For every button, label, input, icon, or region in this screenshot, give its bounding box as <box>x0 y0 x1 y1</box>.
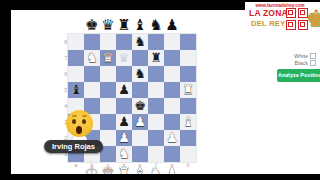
square-e3[interactable]: ♟ <box>132 114 148 130</box>
piece-black-rook[interactable]: ♜ <box>148 50 164 66</box>
square-g4[interactable] <box>164 98 180 114</box>
piece-white-knight[interactable]: ♞ <box>116 146 132 162</box>
rank-label-6: 6 <box>60 66 67 82</box>
piece-white-pawn[interactable]: ♟ <box>116 130 132 146</box>
square-f5[interactable] <box>148 82 164 98</box>
emoji-eye <box>82 119 86 124</box>
square-f7[interactable]: ♜ <box>148 50 164 66</box>
ghost-piece-queen: ♛ <box>116 50 132 66</box>
logo-title-line1: LA ZONA <box>249 8 288 18</box>
square-a5[interactable]: ♝ <box>68 82 84 98</box>
piece-white-queen[interactable]: ♛ <box>100 50 116 66</box>
square-h7[interactable] <box>180 50 196 66</box>
emoji-mouth <box>76 126 82 134</box>
square-f3[interactable] <box>148 114 164 130</box>
spare-tray-black: ♚♛♜♝♞♟ <box>84 17 180 34</box>
piece-white-pawn[interactable]: ♟ <box>132 114 148 130</box>
square-f2[interactable] <box>148 130 164 146</box>
square-a6[interactable] <box>68 66 84 82</box>
square-e4[interactable]: ♚ <box>132 98 148 114</box>
square-c6[interactable] <box>100 66 116 82</box>
square-h5[interactable]: ♜ <box>180 82 196 98</box>
analyze-position-button[interactable]: Analyze Position <box>277 69 320 82</box>
square-a7[interactable] <box>68 50 84 66</box>
square-e8[interactable]: ♞ <box>132 34 148 50</box>
square-e6[interactable]: ♞ <box>132 66 148 82</box>
rank-label-4: 4 <box>60 98 67 114</box>
square-d6[interactable] <box>116 66 132 82</box>
square-d1[interactable]: ♞ <box>116 146 132 162</box>
square-f1[interactable] <box>148 146 164 162</box>
square-h8[interactable] <box>180 34 196 50</box>
square-e1[interactable] <box>132 146 148 162</box>
black-checkbox[interactable] <box>310 60 316 66</box>
square-b8[interactable] <box>84 34 100 50</box>
square-g7[interactable] <box>164 50 180 66</box>
piece-black-pawn[interactable]: ♟ <box>116 82 132 98</box>
piece-black-knight[interactable]: ♞ <box>132 66 148 82</box>
spare-black-rook[interactable]: ♜ <box>116 17 132 34</box>
square-d5[interactable]: ♟ <box>116 82 132 98</box>
emoji-brow <box>82 115 87 117</box>
square-h6[interactable] <box>180 66 196 82</box>
square-g2[interactable]: ♟ <box>164 130 180 146</box>
square-d2[interactable]: ♟ <box>116 130 132 146</box>
rank-label-8: 8 <box>60 34 67 50</box>
square-b7[interactable]: ♞ <box>84 50 100 66</box>
rank-label-5: 5 <box>60 82 67 98</box>
square-h2[interactable] <box>180 130 196 146</box>
video-frame: ♚♛♜♝♞♟ ♞♞♛♛♜♞♝♟♜♚♟♟♝♟♟♞ 87654321 abcdefg… <box>0 0 320 180</box>
square-f4[interactable] <box>148 98 164 114</box>
square-e2[interactable] <box>132 130 148 146</box>
spare-black-bishop[interactable]: ♝ <box>132 17 148 34</box>
square-g8[interactable] <box>164 34 180 50</box>
piece-black-king[interactable]: ♚ <box>132 98 148 114</box>
square-c5[interactable] <box>100 82 116 98</box>
astonished-emoji-avatar <box>66 110 93 137</box>
square-c7[interactable]: ♛ <box>100 50 116 66</box>
square-f8[interactable] <box>148 34 164 50</box>
white-label: White <box>294 53 308 59</box>
piece-black-bishop[interactable]: ♝ <box>68 82 84 98</box>
spare-black-king[interactable]: ♚ <box>84 17 100 34</box>
emoji-eye <box>72 119 76 124</box>
spare-black-queen[interactable]: ♛ <box>100 17 116 34</box>
square-d4[interactable] <box>116 98 132 114</box>
piece-white-bishop[interactable]: ♝ <box>180 114 196 130</box>
emoji-brow <box>72 115 77 117</box>
square-e7[interactable] <box>132 50 148 66</box>
square-g5[interactable] <box>164 82 180 98</box>
square-b6[interactable] <box>84 66 100 82</box>
square-c3[interactable] <box>100 114 116 130</box>
square-g1[interactable] <box>164 146 180 162</box>
letterbox-bar <box>0 174 320 180</box>
square-h4[interactable] <box>180 98 196 114</box>
square-h1[interactable] <box>180 146 196 162</box>
square-c4[interactable] <box>100 98 116 114</box>
black-label: Black <box>295 60 308 66</box>
logo-title-line2: DEL REY <box>251 19 285 28</box>
square-a8[interactable] <box>68 34 84 50</box>
square-g3[interactable] <box>164 114 180 130</box>
square-g6[interactable] <box>164 66 180 82</box>
channel-logo: www.lazonadelrey.com LA ZONA DEL REY ♚ <box>245 2 320 33</box>
greek-key-square-icon <box>286 20 296 30</box>
square-f6[interactable] <box>148 66 164 82</box>
piece-white-knight[interactable]: ♞ <box>84 50 100 66</box>
player-name-badge: Irving Rojas <box>44 140 103 153</box>
castling-row-black: Black <box>276 60 316 66</box>
greek-key-square-icon <box>286 8 296 18</box>
gold-king-icon: ♚ <box>306 4 320 32</box>
file-label-h: h <box>180 162 196 168</box>
square-c8[interactable] <box>100 34 116 50</box>
file-label-a: a <box>68 162 84 168</box>
rank-label-7: 7 <box>60 50 67 66</box>
spare-black-knight[interactable]: ♞ <box>148 17 164 34</box>
square-b5[interactable] <box>84 82 100 98</box>
castling-row-white: White <box>276 53 316 59</box>
square-d8[interactable] <box>116 34 132 50</box>
piece-white-pawn[interactable]: ♟ <box>164 130 180 146</box>
square-h3[interactable]: ♝ <box>180 114 196 130</box>
spare-black-pawn[interactable]: ♟ <box>164 17 180 34</box>
square-d3[interactable]: ♟ <box>116 114 132 130</box>
white-checkbox[interactable] <box>310 53 316 59</box>
piece-white-rook[interactable]: ♜ <box>180 82 196 98</box>
square-e5[interactable] <box>132 82 148 98</box>
square-d7[interactable]: ♛ <box>116 50 132 66</box>
piece-black-pawn[interactable]: ♟ <box>116 114 132 130</box>
piece-black-knight[interactable]: ♞ <box>132 34 148 50</box>
